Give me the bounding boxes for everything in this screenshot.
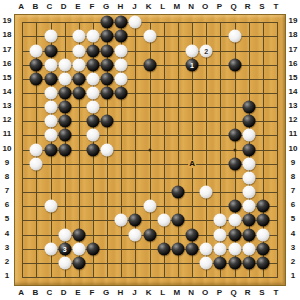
stone-white-D2[interactable] bbox=[58, 256, 71, 269]
coord-label-top-T: T bbox=[274, 3, 279, 11]
coord-label-top-L: L bbox=[160, 3, 165, 11]
stone-black-Q11[interactable] bbox=[228, 129, 241, 142]
star-point-K10 bbox=[148, 148, 151, 151]
coord-label-bottom-J: J bbox=[132, 289, 136, 297]
grid-line-horizontal bbox=[22, 192, 278, 193]
stone-white-R6[interactable] bbox=[242, 200, 255, 213]
coord-label-right-6: 6 bbox=[291, 201, 295, 209]
stone-white-Q5[interactable] bbox=[228, 214, 241, 227]
stone-black-E14[interactable] bbox=[72, 86, 85, 99]
stone-white-E18[interactable] bbox=[72, 30, 85, 43]
stone-black-R10[interactable] bbox=[242, 143, 255, 156]
stone-white-Q3[interactable] bbox=[228, 242, 241, 255]
stone-white-R3[interactable] bbox=[242, 242, 255, 255]
stone-white-O3[interactable] bbox=[200, 242, 213, 255]
stone-black-H19[interactable] bbox=[115, 16, 128, 29]
stone-black-D11[interactable] bbox=[58, 129, 71, 142]
stone-black-D12[interactable] bbox=[58, 115, 71, 128]
coord-label-bottom-O: O bbox=[202, 289, 208, 297]
stone-white-C3[interactable] bbox=[44, 242, 57, 255]
stone-white-E16[interactable] bbox=[72, 58, 85, 71]
stone-black-E4[interactable] bbox=[72, 228, 85, 241]
stone-white-R8[interactable] bbox=[242, 171, 255, 184]
move-number-label: 2 bbox=[204, 47, 208, 54]
stone-black-H14[interactable] bbox=[115, 86, 128, 99]
coord-label-left-9: 9 bbox=[5, 159, 9, 167]
coord-label-top-P: P bbox=[217, 3, 222, 11]
stone-black-E15[interactable] bbox=[72, 72, 85, 85]
coord-label-top-B: B bbox=[32, 3, 38, 11]
stone-white-B10[interactable] bbox=[30, 143, 43, 156]
go-board[interactable]: 132A bbox=[14, 14, 286, 286]
stone-white-H15[interactable] bbox=[115, 72, 128, 85]
stone-black-F3[interactable] bbox=[86, 242, 99, 255]
stone-white-B17[interactable] bbox=[30, 44, 43, 57]
stone-black-B16[interactable] bbox=[30, 58, 43, 71]
stone-white-B9[interactable] bbox=[30, 157, 43, 170]
stone-white-O7[interactable] bbox=[200, 186, 213, 199]
stone-black-G17[interactable] bbox=[101, 44, 114, 57]
stone-white-O2[interactable] bbox=[200, 256, 213, 269]
coord-label-left-16: 16 bbox=[3, 60, 12, 68]
stone-black-C15[interactable] bbox=[44, 72, 57, 85]
stone-black-G19[interactable] bbox=[101, 16, 114, 29]
stone-black-M5[interactable] bbox=[171, 214, 184, 227]
stone-white-C16[interactable] bbox=[44, 58, 57, 71]
coord-label-top-O: O bbox=[202, 3, 208, 11]
coord-label-top-H: H bbox=[117, 3, 123, 11]
stone-black-N16[interactable]: 1 bbox=[186, 58, 199, 71]
stone-black-R4[interactable] bbox=[242, 228, 255, 241]
stone-black-H18[interactable] bbox=[115, 30, 128, 43]
grid-line-vertical bbox=[178, 22, 179, 278]
stone-white-K6[interactable] bbox=[143, 200, 156, 213]
coord-label-bottom-M: M bbox=[174, 289, 181, 297]
stone-black-L3[interactable] bbox=[157, 242, 170, 255]
coord-label-top-M: M bbox=[174, 3, 181, 11]
coord-label-left-19: 19 bbox=[3, 17, 12, 25]
stone-black-C17[interactable] bbox=[44, 44, 57, 57]
coord-label-top-C: C bbox=[47, 3, 53, 11]
coord-label-bottom-L: L bbox=[160, 289, 165, 297]
grid-line-vertical bbox=[277, 22, 278, 278]
coord-label-bottom-Q: Q bbox=[230, 289, 236, 297]
coord-label-top-A: A bbox=[18, 3, 24, 11]
stone-white-F14[interactable] bbox=[86, 86, 99, 99]
stone-black-G18[interactable] bbox=[101, 30, 114, 43]
coord-label-top-F: F bbox=[90, 3, 95, 11]
stone-white-F11[interactable] bbox=[86, 129, 99, 142]
coord-label-right-7: 7 bbox=[291, 187, 295, 195]
stone-white-O17[interactable]: 2 bbox=[200, 44, 213, 57]
coord-label-bottom-N: N bbox=[188, 289, 194, 297]
stone-white-D4[interactable] bbox=[58, 228, 71, 241]
coord-label-left-5: 5 bbox=[5, 215, 9, 223]
stone-black-R2[interactable] bbox=[242, 256, 255, 269]
coord-label-top-E: E bbox=[75, 3, 80, 11]
coord-label-left-7: 7 bbox=[5, 187, 9, 195]
stone-white-P3[interactable] bbox=[214, 242, 227, 255]
stone-black-S3[interactable] bbox=[256, 242, 269, 255]
coord-label-top-K: K bbox=[146, 3, 152, 11]
coord-label-right-12: 12 bbox=[289, 116, 298, 124]
stone-black-R5[interactable] bbox=[242, 214, 255, 227]
stone-black-P2[interactable] bbox=[214, 256, 227, 269]
stone-black-E2[interactable] bbox=[72, 256, 85, 269]
stone-black-F17[interactable] bbox=[86, 44, 99, 57]
coord-label-left-11: 11 bbox=[3, 130, 11, 138]
stone-white-F18[interactable] bbox=[86, 30, 99, 43]
coord-label-left-2: 2 bbox=[5, 258, 9, 266]
stone-white-D16[interactable] bbox=[58, 58, 71, 71]
stone-black-R12[interactable] bbox=[242, 115, 255, 128]
point-label-N9: A bbox=[188, 160, 196, 168]
coord-label-bottom-S: S bbox=[259, 289, 264, 297]
stone-white-Q18[interactable] bbox=[228, 30, 241, 43]
stone-white-R9[interactable] bbox=[242, 157, 255, 170]
stone-white-P5[interactable] bbox=[214, 214, 227, 227]
coord-label-right-14: 14 bbox=[289, 88, 298, 96]
stone-black-G14[interactable] bbox=[101, 86, 114, 99]
coord-label-right-3: 3 bbox=[291, 244, 295, 252]
stone-black-K16[interactable] bbox=[143, 58, 156, 71]
move-number-label: 3 bbox=[63, 245, 67, 252]
stone-white-R11[interactable] bbox=[242, 129, 255, 142]
coord-label-top-S: S bbox=[259, 3, 264, 11]
stone-white-G10[interactable] bbox=[101, 143, 114, 156]
stone-black-Q2[interactable] bbox=[228, 256, 241, 269]
grid-line-vertical bbox=[164, 22, 165, 278]
stone-white-H16[interactable] bbox=[115, 58, 128, 71]
grid-line-vertical bbox=[206, 22, 207, 278]
coord-label-right-10: 10 bbox=[289, 145, 298, 153]
stone-white-C18[interactable] bbox=[44, 30, 57, 43]
stone-black-C10[interactable] bbox=[44, 143, 57, 156]
stone-black-R13[interactable] bbox=[242, 101, 255, 114]
coord-label-bottom-B: B bbox=[32, 289, 38, 297]
coord-label-right-17: 17 bbox=[289, 46, 298, 54]
stone-black-S5[interactable] bbox=[256, 214, 269, 227]
coord-label-left-17: 17 bbox=[3, 46, 12, 54]
stone-black-S6[interactable] bbox=[256, 200, 269, 213]
coord-label-left-8: 8 bbox=[5, 173, 9, 181]
coord-label-left-14: 14 bbox=[3, 88, 12, 96]
stone-black-Q6[interactable] bbox=[228, 200, 241, 213]
coord-label-left-15: 15 bbox=[3, 74, 12, 82]
coord-label-bottom-H: H bbox=[117, 289, 123, 297]
stone-white-R7[interactable] bbox=[242, 186, 255, 199]
coord-label-left-12: 12 bbox=[3, 116, 12, 124]
coord-label-bottom-F: F bbox=[90, 289, 95, 297]
stone-black-D3[interactable]: 3 bbox=[58, 242, 71, 255]
grid-line-horizontal bbox=[22, 277, 278, 278]
coord-label-top-N: N bbox=[188, 3, 194, 11]
coord-label-right-15: 15 bbox=[289, 74, 298, 82]
stone-white-F13[interactable] bbox=[86, 101, 99, 114]
coord-label-right-19: 19 bbox=[289, 17, 298, 25]
stone-white-E17[interactable] bbox=[72, 44, 85, 57]
coord-label-right-13: 13 bbox=[289, 102, 298, 110]
stone-white-H5[interactable] bbox=[115, 214, 128, 227]
stone-white-J4[interactable] bbox=[129, 228, 142, 241]
go-diagram-page: 132A AABBCCDDEEFFGGHHJJKKLLMMNNOOPPQQRRS… bbox=[0, 0, 300, 300]
coord-label-right-2: 2 bbox=[291, 258, 295, 266]
coord-label-top-R: R bbox=[245, 3, 251, 11]
coord-label-right-5: 5 bbox=[291, 215, 295, 223]
stone-black-Q4[interactable] bbox=[228, 228, 241, 241]
grid-line-horizontal bbox=[22, 178, 278, 179]
coord-label-top-G: G bbox=[103, 3, 109, 11]
coord-label-top-J: J bbox=[132, 3, 136, 11]
coord-label-right-4: 4 bbox=[291, 230, 295, 238]
stone-black-D13[interactable] bbox=[58, 101, 71, 114]
coord-label-right-1: 1 bbox=[291, 272, 295, 280]
stone-white-L5[interactable] bbox=[157, 214, 170, 227]
coord-label-bottom-D: D bbox=[61, 289, 67, 297]
stone-white-E3[interactable] bbox=[72, 242, 85, 255]
stone-black-M7[interactable] bbox=[171, 186, 184, 199]
stone-black-M3[interactable] bbox=[171, 242, 184, 255]
coord-label-bottom-T: T bbox=[274, 289, 279, 297]
coord-label-right-8: 8 bbox=[291, 173, 295, 181]
coord-label-top-D: D bbox=[61, 3, 67, 11]
stone-black-S2[interactable] bbox=[256, 256, 269, 269]
stone-black-G15[interactable] bbox=[101, 72, 114, 85]
coord-label-bottom-G: G bbox=[103, 289, 109, 297]
coord-label-right-18: 18 bbox=[289, 31, 298, 39]
stone-black-D14[interactable] bbox=[58, 86, 71, 99]
stone-white-C11[interactable] bbox=[44, 129, 57, 142]
coord-label-left-4: 4 bbox=[5, 230, 9, 238]
stone-white-D15[interactable] bbox=[58, 72, 71, 85]
stone-black-F10[interactable] bbox=[86, 143, 99, 156]
stone-white-P4[interactable] bbox=[214, 228, 227, 241]
stone-black-N4[interactable] bbox=[186, 228, 199, 241]
coord-label-bottom-P: P bbox=[217, 289, 222, 297]
coord-label-bottom-E: E bbox=[75, 289, 80, 297]
coord-label-left-1: 1 bbox=[5, 272, 9, 280]
move-number-label: 1 bbox=[190, 61, 194, 68]
stone-black-J5[interactable] bbox=[129, 214, 142, 227]
stone-white-N17[interactable] bbox=[186, 44, 199, 57]
stone-white-K18[interactable] bbox=[143, 30, 156, 43]
coord-label-left-13: 13 bbox=[3, 102, 12, 110]
stone-black-B15[interactable] bbox=[30, 72, 43, 85]
stone-white-C14[interactable] bbox=[44, 86, 57, 99]
stone-white-C13[interactable] bbox=[44, 101, 57, 114]
stone-black-G16[interactable] bbox=[101, 58, 114, 71]
stone-black-K4[interactable] bbox=[143, 228, 156, 241]
stone-white-F15[interactable] bbox=[86, 72, 99, 85]
coord-label-right-9: 9 bbox=[291, 159, 295, 167]
stone-white-C6[interactable] bbox=[44, 200, 57, 213]
stone-white-C12[interactable] bbox=[44, 115, 57, 128]
stone-black-F16[interactable] bbox=[86, 58, 99, 71]
stone-black-G12[interactable] bbox=[101, 115, 114, 128]
coord-label-left-3: 3 bbox=[5, 244, 9, 252]
coord-label-bottom-A: A bbox=[18, 289, 24, 297]
stone-black-Q16[interactable] bbox=[228, 58, 241, 71]
coord-label-bottom-C: C bbox=[47, 289, 53, 297]
coord-label-bottom-R: R bbox=[245, 289, 251, 297]
star-point-Q10 bbox=[233, 148, 236, 151]
coord-label-top-Q: Q bbox=[230, 3, 236, 11]
stone-black-D10[interactable] bbox=[58, 143, 71, 156]
coord-label-left-6: 6 bbox=[5, 201, 9, 209]
coord-label-right-16: 16 bbox=[289, 60, 298, 68]
stone-white-S4[interactable] bbox=[256, 228, 269, 241]
stone-white-H17[interactable] bbox=[115, 44, 128, 57]
stone-black-F12[interactable] bbox=[86, 115, 99, 128]
coord-label-left-10: 10 bbox=[3, 145, 12, 153]
coord-label-right-11: 11 bbox=[289, 130, 297, 138]
stone-black-Q9[interactable] bbox=[228, 157, 241, 170]
coord-label-left-18: 18 bbox=[3, 31, 12, 39]
coord-label-bottom-K: K bbox=[146, 289, 152, 297]
stone-black-N3[interactable] bbox=[186, 242, 199, 255]
stone-white-J19[interactable] bbox=[129, 16, 142, 29]
